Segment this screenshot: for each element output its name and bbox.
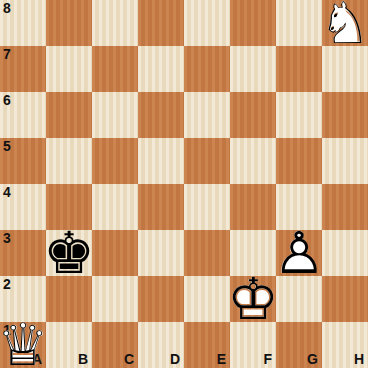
white-knight[interactable]: ♞♘ xyxy=(322,0,368,46)
square-e8[interactable] xyxy=(184,0,230,46)
square-f3[interactable] xyxy=(230,230,276,276)
square-e6[interactable] xyxy=(184,92,230,138)
white-pawn-fill-glyph: ♟ xyxy=(276,230,322,276)
square-e2[interactable] xyxy=(184,276,230,322)
square-b5[interactable] xyxy=(46,138,92,184)
square-h2[interactable] xyxy=(322,276,368,322)
white-king[interactable]: ♚♔ xyxy=(230,276,276,322)
square-h7[interactable] xyxy=(322,46,368,92)
square-c3[interactable] xyxy=(92,230,138,276)
square-e3[interactable] xyxy=(184,230,230,276)
square-g4[interactable] xyxy=(276,184,322,230)
square-f6[interactable] xyxy=(230,92,276,138)
black-king[interactable]: ♚ xyxy=(46,230,92,276)
square-g5[interactable] xyxy=(276,138,322,184)
square-a3[interactable]: 3 xyxy=(0,230,46,276)
chess-board: 8♞♘76543♚♟♙2♚♔1A♛♕BCDEFGH xyxy=(0,0,368,368)
square-c1[interactable]: C xyxy=(92,322,138,368)
square-a8[interactable]: 8 xyxy=(0,0,46,46)
square-e5[interactable] xyxy=(184,138,230,184)
square-c4[interactable] xyxy=(92,184,138,230)
square-e4[interactable] xyxy=(184,184,230,230)
square-e1[interactable]: E xyxy=(184,322,230,368)
square-b8[interactable] xyxy=(46,0,92,46)
white-pawn[interactable]: ♟♙ xyxy=(276,230,322,276)
square-g7[interactable] xyxy=(276,46,322,92)
square-f1[interactable]: F xyxy=(230,322,276,368)
rank-label-3: 3 xyxy=(3,230,11,246)
square-h1[interactable]: H xyxy=(322,322,368,368)
square-a4[interactable]: 4 xyxy=(0,184,46,230)
square-d5[interactable] xyxy=(138,138,184,184)
square-a5[interactable]: 5 xyxy=(0,138,46,184)
white-queen[interactable]: ♛♕ xyxy=(0,322,46,368)
square-f2[interactable]: ♚♔ xyxy=(230,276,276,322)
square-a1[interactable]: 1A♛♕ xyxy=(0,322,46,368)
square-c7[interactable] xyxy=(92,46,138,92)
square-c5[interactable] xyxy=(92,138,138,184)
square-c6[interactable] xyxy=(92,92,138,138)
square-e7[interactable] xyxy=(184,46,230,92)
square-h8[interactable]: ♞♘ xyxy=(322,0,368,46)
white-king-outline-glyph: ♔ xyxy=(230,276,276,322)
square-c2[interactable] xyxy=(92,276,138,322)
file-label-b: B xyxy=(78,351,88,367)
square-b2[interactable] xyxy=(46,276,92,322)
square-f4[interactable] xyxy=(230,184,276,230)
square-d1[interactable]: D xyxy=(138,322,184,368)
white-queen-fill-glyph: ♛ xyxy=(0,322,46,368)
square-d2[interactable] xyxy=(138,276,184,322)
square-h6[interactable] xyxy=(322,92,368,138)
square-b6[interactable] xyxy=(46,92,92,138)
square-f7[interactable] xyxy=(230,46,276,92)
file-label-h: H xyxy=(354,351,364,367)
file-label-e: E xyxy=(217,351,226,367)
square-h5[interactable] xyxy=(322,138,368,184)
white-king-fill-glyph: ♚ xyxy=(230,276,276,322)
square-f8[interactable] xyxy=(230,0,276,46)
square-d4[interactable] xyxy=(138,184,184,230)
square-b3[interactable]: ♚ xyxy=(46,230,92,276)
rank-label-8: 8 xyxy=(3,0,11,16)
square-c8[interactable] xyxy=(92,0,138,46)
square-d8[interactable] xyxy=(138,0,184,46)
file-label-c: C xyxy=(124,351,134,367)
file-label-f: F xyxy=(263,351,272,367)
black-king-glyph: ♚ xyxy=(46,230,92,276)
square-g6[interactable] xyxy=(276,92,322,138)
square-g3[interactable]: ♟♙ xyxy=(276,230,322,276)
square-a7[interactable]: 7 xyxy=(0,46,46,92)
square-a2[interactable]: 2 xyxy=(0,276,46,322)
square-d7[interactable] xyxy=(138,46,184,92)
square-d3[interactable] xyxy=(138,230,184,276)
square-h3[interactable] xyxy=(322,230,368,276)
square-b7[interactable] xyxy=(46,46,92,92)
white-queen-outline-glyph: ♕ xyxy=(0,322,46,368)
file-label-d: D xyxy=(170,351,180,367)
rank-label-4: 4 xyxy=(3,184,11,200)
square-f5[interactable] xyxy=(230,138,276,184)
square-g2[interactable] xyxy=(276,276,322,322)
square-b1[interactable]: B xyxy=(46,322,92,368)
square-d6[interactable] xyxy=(138,92,184,138)
square-h4[interactable] xyxy=(322,184,368,230)
white-knight-outline-glyph: ♘ xyxy=(322,0,368,46)
square-g8[interactable] xyxy=(276,0,322,46)
rank-label-5: 5 xyxy=(3,138,11,154)
white-pawn-outline-glyph: ♙ xyxy=(276,230,322,276)
rank-label-6: 6 xyxy=(3,92,11,108)
square-g1[interactable]: G xyxy=(276,322,322,368)
rank-label-7: 7 xyxy=(3,46,11,62)
square-b4[interactable] xyxy=(46,184,92,230)
rank-label-2: 2 xyxy=(3,276,11,292)
square-a6[interactable]: 6 xyxy=(0,92,46,138)
white-knight-fill-glyph: ♞ xyxy=(322,0,368,46)
file-label-g: G xyxy=(307,351,318,367)
